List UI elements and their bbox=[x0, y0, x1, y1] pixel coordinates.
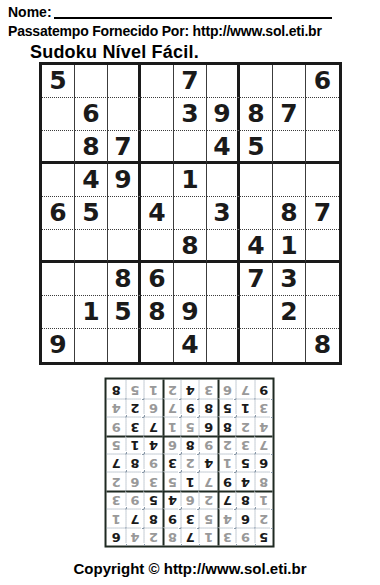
cell-r5c4: 4 bbox=[141, 197, 174, 230]
cell-r6c5: 8 bbox=[174, 230, 207, 263]
solution-cell-r4c6: 5 bbox=[162, 472, 180, 490]
cell-r2c5: 3 bbox=[174, 98, 207, 131]
solution-cell-r9c2: 7 bbox=[236, 380, 254, 398]
cell-r3c7: 5 bbox=[240, 131, 273, 164]
cell-r5c5[interactable] bbox=[174, 197, 207, 230]
cell-r5c6: 3 bbox=[207, 197, 240, 230]
cell-r2c9[interactable] bbox=[306, 98, 339, 131]
cell-r1c2[interactable] bbox=[75, 65, 108, 98]
cell-r1c7[interactable] bbox=[240, 65, 273, 98]
cell-r5c3[interactable] bbox=[108, 197, 141, 230]
cell-r6c3[interactable] bbox=[108, 230, 141, 263]
solution-cell-r2c4: 5 bbox=[199, 509, 217, 527]
cell-r8c5: 9 bbox=[174, 296, 207, 329]
solution-cell-r9c3: 6 bbox=[217, 380, 235, 398]
cell-r2c8: 7 bbox=[273, 98, 306, 131]
cell-r4c5: 1 bbox=[174, 164, 207, 197]
cell-r8c7[interactable] bbox=[240, 296, 273, 329]
solution-cell-r6c7: 4 bbox=[144, 435, 162, 453]
cell-r1c4[interactable] bbox=[141, 65, 174, 98]
solution-cell-r3c4: 2 bbox=[199, 490, 217, 508]
solution-cell-r2c7: 8 bbox=[144, 509, 162, 527]
cell-r4c2: 4 bbox=[75, 164, 108, 197]
solution-cell-r2c3: 4 bbox=[217, 509, 235, 527]
cell-r7c8: 3 bbox=[273, 263, 306, 296]
solution-cell-r7c2: 2 bbox=[236, 417, 254, 435]
solution-cell-r8c5: 9 bbox=[181, 398, 199, 416]
cell-r6c9[interactable] bbox=[306, 230, 339, 263]
cell-r8c6[interactable] bbox=[207, 296, 240, 329]
name-label: Nome: bbox=[8, 4, 52, 20]
solution-cell-r8c8: 2 bbox=[125, 398, 143, 416]
cell-r5c8: 8 bbox=[273, 197, 306, 230]
cell-r3c5[interactable] bbox=[174, 131, 207, 164]
cell-r8c1[interactable] bbox=[42, 296, 75, 329]
cell-r8c9[interactable] bbox=[306, 296, 339, 329]
solution-cell-r4c3: 9 bbox=[217, 472, 235, 490]
cell-r4c1[interactable] bbox=[42, 164, 75, 197]
solution-cell-r6c5: 8 bbox=[181, 435, 199, 453]
cell-r1c6[interactable] bbox=[207, 65, 240, 98]
cell-r7c2[interactable] bbox=[75, 263, 108, 296]
solution-cell-r4c7: 3 bbox=[144, 472, 162, 490]
cell-r2c7: 8 bbox=[240, 98, 273, 131]
cell-r4c6[interactable] bbox=[207, 164, 240, 197]
cell-r9c3[interactable] bbox=[108, 329, 141, 362]
cell-r4c8[interactable] bbox=[273, 164, 306, 197]
cell-r9c8[interactable] bbox=[273, 329, 306, 362]
solution-cell-r1c4: 1 bbox=[199, 527, 217, 545]
solution-cell-r5c6: 3 bbox=[162, 454, 180, 472]
solution-cell-r8c1: 3 bbox=[254, 398, 272, 416]
cell-r2c3[interactable] bbox=[108, 98, 141, 131]
solution-cell-r2c1: 2 bbox=[254, 509, 272, 527]
solution-cell-r3c6: 4 bbox=[162, 490, 180, 508]
cell-r8c8: 2 bbox=[273, 296, 306, 329]
solution-cell-r9c1: 9 bbox=[254, 380, 272, 398]
cell-r9c2[interactable] bbox=[75, 329, 108, 362]
cell-r8c2: 1 bbox=[75, 296, 108, 329]
solution-cell-r8c2: 1 bbox=[236, 398, 254, 416]
solution-cell-r3c1: 1 bbox=[254, 490, 272, 508]
cell-r7c4: 6 bbox=[141, 263, 174, 296]
cell-r7c7: 7 bbox=[240, 263, 273, 296]
cell-r2c6: 9 bbox=[207, 98, 240, 131]
solution-cell-r9c6: 2 bbox=[162, 380, 180, 398]
solution-cell-r3c5: 6 bbox=[181, 490, 199, 508]
cell-r7c3: 8 bbox=[108, 263, 141, 296]
solution-cell-r6c8: 1 bbox=[125, 435, 143, 453]
cell-r1c3[interactable] bbox=[108, 65, 141, 98]
solution-cell-r5c3: 1 bbox=[217, 454, 235, 472]
solution-cell-r4c9: 2 bbox=[107, 472, 125, 490]
solution-cell-r2c6: 9 bbox=[162, 509, 180, 527]
cell-r1c5: 7 bbox=[174, 65, 207, 98]
cell-r5c2: 5 bbox=[75, 197, 108, 230]
cell-r1c8[interactable] bbox=[273, 65, 306, 98]
cell-r2c4[interactable] bbox=[141, 98, 174, 131]
cell-r6c8: 1 bbox=[273, 230, 306, 263]
solution-cell-r5c9: 7 bbox=[107, 454, 125, 472]
cell-r9c7[interactable] bbox=[240, 329, 273, 362]
solution-cell-r4c1: 8 bbox=[254, 472, 272, 490]
solution-cell-r6c6: 6 bbox=[162, 435, 180, 453]
cell-r3c1[interactable] bbox=[42, 131, 75, 164]
solution-cell-r5c2: 5 bbox=[236, 454, 254, 472]
solution-cell-r9c8: 5 bbox=[125, 380, 143, 398]
solution-cell-r6c4: 9 bbox=[199, 435, 217, 453]
solution-cell-r3c8: 9 bbox=[125, 490, 143, 508]
sudoku-solution-grid-rotated: 5931782462645398711872645938497153626514… bbox=[105, 378, 275, 548]
cell-r5c9: 7 bbox=[306, 197, 339, 230]
solution-cell-r6c1: 7 bbox=[254, 435, 272, 453]
solution-cell-r7c4: 6 bbox=[199, 417, 217, 435]
solution-cell-r9c5: 4 bbox=[181, 380, 199, 398]
solution-cell-r1c5: 7 bbox=[181, 527, 199, 545]
name-row: Nome: bbox=[8, 3, 332, 20]
cell-r3c9[interactable] bbox=[306, 131, 339, 164]
solution-cell-r5c1: 6 bbox=[254, 454, 272, 472]
cell-r9c1: 9 bbox=[42, 329, 75, 362]
name-blank-line bbox=[54, 3, 332, 19]
solution-cell-r3c7: 5 bbox=[144, 490, 162, 508]
cell-r1c1: 5 bbox=[42, 65, 75, 98]
cell-r4c4[interactable] bbox=[141, 164, 174, 197]
cell-r3c4[interactable] bbox=[141, 131, 174, 164]
solution-cell-r2c5: 3 bbox=[181, 509, 199, 527]
cell-r3c2: 8 bbox=[75, 131, 108, 164]
solution-cell-r1c3: 3 bbox=[217, 527, 235, 545]
cell-r8c3: 5 bbox=[108, 296, 141, 329]
cell-r7c5[interactable] bbox=[174, 263, 207, 296]
cell-r6c7: 4 bbox=[240, 230, 273, 263]
cell-r7c9[interactable] bbox=[306, 263, 339, 296]
cell-r1c9: 6 bbox=[306, 65, 339, 98]
solution-cell-r5c4: 4 bbox=[199, 454, 217, 472]
solution-cell-r8c6: 7 bbox=[162, 398, 180, 416]
solution-cell-r7c1: 4 bbox=[254, 417, 272, 435]
solution-cell-r4c8: 6 bbox=[125, 472, 143, 490]
solution-cell-r9c4: 3 bbox=[199, 380, 217, 398]
solution-cell-r1c6: 8 bbox=[162, 527, 180, 545]
cell-r4c7[interactable] bbox=[240, 164, 273, 197]
cell-r4c9[interactable] bbox=[306, 164, 339, 197]
solution-cell-r7c3: 8 bbox=[217, 417, 235, 435]
solution-cell-r7c7: 7 bbox=[144, 417, 162, 435]
solution-cell-r5c7: 9 bbox=[144, 454, 162, 472]
cell-r6c4[interactable] bbox=[141, 230, 174, 263]
provider-text: Passatempo Fornecido Por: http://www.sol… bbox=[8, 23, 372, 39]
solution-cell-r8c9: 4 bbox=[107, 398, 125, 416]
solution-cell-r3c3: 7 bbox=[217, 490, 235, 508]
cell-r9c6[interactable] bbox=[207, 329, 240, 362]
solution-cell-r8c3: 5 bbox=[217, 398, 235, 416]
solution-cell-r6c3: 2 bbox=[217, 435, 235, 453]
solution-cell-r1c1: 5 bbox=[254, 527, 272, 545]
solution-cell-r3c9: 3 bbox=[107, 490, 125, 508]
solution-cell-r7c6: 1 bbox=[162, 417, 180, 435]
solution-cell-r8c4: 8 bbox=[199, 398, 217, 416]
cell-r3c8[interactable] bbox=[273, 131, 306, 164]
cell-r7c6[interactable] bbox=[207, 263, 240, 296]
cell-r9c5: 4 bbox=[174, 329, 207, 362]
cell-r6c6[interactable] bbox=[207, 230, 240, 263]
solution-cell-r1c2: 9 bbox=[236, 527, 254, 545]
cell-r6c2[interactable] bbox=[75, 230, 108, 263]
solution-cell-r1c8: 4 bbox=[125, 527, 143, 545]
cell-r9c9: 8 bbox=[306, 329, 339, 362]
solution-cell-r4c2: 4 bbox=[236, 472, 254, 490]
solution-cell-r6c2: 3 bbox=[236, 435, 254, 453]
cell-r3c3: 7 bbox=[108, 131, 141, 164]
solution-cell-r1c7: 2 bbox=[144, 527, 162, 545]
cell-r9c4[interactable] bbox=[141, 329, 174, 362]
solution-cell-r9c7: 1 bbox=[144, 380, 162, 398]
cell-r5c1: 6 bbox=[42, 197, 75, 230]
solution-cell-r7c5: 5 bbox=[181, 417, 199, 435]
solution-cell-r5c8: 8 bbox=[125, 454, 143, 472]
cell-r8c4: 8 bbox=[141, 296, 174, 329]
cell-r7c1[interactable] bbox=[42, 263, 75, 296]
solution-cell-r6c9: 5 bbox=[107, 435, 125, 453]
sudoku-puzzle-grid: 576639878745491654387841867315892948 bbox=[39, 62, 342, 365]
solution-cell-r7c8: 3 bbox=[125, 417, 143, 435]
cell-r5c7[interactable] bbox=[240, 197, 273, 230]
cell-r2c1[interactable] bbox=[42, 98, 75, 131]
solution-cell-r5c5: 2 bbox=[181, 454, 199, 472]
solution-cell-r3c2: 8 bbox=[236, 490, 254, 508]
copyright-text: Copyright © http://www.sol.eti.br bbox=[0, 560, 380, 577]
cell-r4c3: 9 bbox=[108, 164, 141, 197]
solution-cell-r2c8: 7 bbox=[125, 509, 143, 527]
solution-cell-r4c5: 1 bbox=[181, 472, 199, 490]
cell-r2c2: 6 bbox=[75, 98, 108, 131]
solution-cell-r4c4: 7 bbox=[199, 472, 217, 490]
page-title: Sudoku Nível Fácil. bbox=[30, 42, 199, 63]
cell-r6c1[interactable] bbox=[42, 230, 75, 263]
cell-r3c6: 4 bbox=[207, 131, 240, 164]
solution-cell-r1c9: 6 bbox=[107, 527, 125, 545]
solution-cell-r2c9: 1 bbox=[107, 509, 125, 527]
solution-cell-r2c2: 6 bbox=[236, 509, 254, 527]
solution-cell-r7c9: 9 bbox=[107, 417, 125, 435]
solution-cell-r9c9: 8 bbox=[107, 380, 125, 398]
sudoku-worksheet-page: Nome: Passatempo Fornecido Por: http://w… bbox=[0, 0, 380, 585]
solution-cell-r8c7: 6 bbox=[144, 398, 162, 416]
